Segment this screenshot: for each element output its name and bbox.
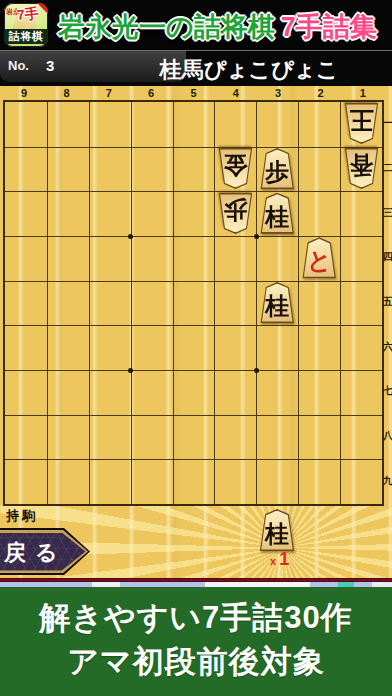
- star-point: [128, 234, 133, 239]
- shogi-piece-sente[interactable]: 桂: [259, 193, 296, 234]
- hand-piece-kanji: 桂: [258, 509, 296, 551]
- app-icon-band: 詰将棋: [4, 29, 48, 44]
- file-label: 5: [172, 86, 214, 99]
- board-zone: 987654321 王香金歩歩桂と桂 一二三四五六七八九 持駒 戻る 桂 x1: [0, 86, 392, 578]
- grid-line: [5, 147, 382, 148]
- shogi-piece-sente[interactable]: 歩: [259, 148, 296, 189]
- grid-line: [131, 102, 132, 504]
- file-label: 8: [45, 86, 87, 99]
- footer-line1: 解きやすい7手詰30作: [0, 596, 392, 640]
- app-icon: 岩永 7手 詰将棋: [4, 3, 48, 47]
- file-label: 4: [215, 86, 257, 99]
- grid-line: [5, 370, 382, 371]
- file-label: 9: [3, 86, 45, 99]
- grid-line: [173, 102, 174, 504]
- rank-label: 七: [383, 384, 392, 398]
- star-point: [254, 234, 259, 239]
- hand-count-value: 1: [279, 549, 289, 569]
- problem-bar: No. 3 桂馬ぴょこぴょこ: [0, 50, 392, 86]
- rank-label: 六: [383, 340, 392, 354]
- rank-label: 五: [383, 295, 392, 309]
- grid-line: [340, 102, 341, 504]
- app-title-main: 岩永光一の詰将棋: [58, 12, 275, 42]
- back-button[interactable]: 戻る: [0, 528, 90, 575]
- rank-label: 九: [383, 474, 392, 488]
- grid-line: [214, 102, 215, 504]
- file-label: 6: [130, 86, 172, 99]
- board-grid[interactable]: 王香金歩歩桂と桂: [3, 100, 384, 506]
- grid-line: [5, 325, 382, 326]
- grid-line: [5, 191, 382, 192]
- rank-label: 一: [383, 116, 392, 130]
- file-label: 3: [257, 86, 299, 99]
- grid-line: [298, 102, 299, 504]
- rank-label: 四: [383, 250, 392, 264]
- problem-no-value: 3: [46, 57, 54, 74]
- star-point: [128, 368, 133, 373]
- rank-label: 二: [383, 161, 392, 175]
- hand-piece-knight[interactable]: 桂: [258, 509, 296, 551]
- hand-count-x: x: [270, 555, 276, 567]
- grid-line: [5, 459, 382, 460]
- file-label: 2: [299, 86, 341, 99]
- file-label: 7: [88, 86, 130, 99]
- ribbon-icon: [37, 3, 48, 14]
- grid-line: [5, 415, 382, 416]
- grid-line: [89, 102, 90, 504]
- footer-line2: アマ初段前後対象: [0, 640, 392, 684]
- file-label: 1: [342, 86, 384, 99]
- app-title-sub: 7手詰集: [281, 12, 377, 42]
- shogi-piece-gote[interactable]: 王: [343, 103, 380, 144]
- hand-label: 持駒: [6, 507, 38, 525]
- hand-piece-count: x1: [270, 549, 310, 570]
- rank-label: 八: [383, 429, 392, 443]
- app-screen: 岩永 7手 詰将棋 岩永光一の詰将棋7手詰集 No. 3 桂馬ぴょこぴょこ 98…: [0, 0, 392, 696]
- shogi-piece-sente[interactable]: 桂: [259, 282, 296, 323]
- app-header: 岩永 7手 詰将棋 岩永光一の詰将棋7手詰集: [0, 0, 392, 50]
- shogi-piece-gote[interactable]: 香: [343, 148, 380, 189]
- grid-line: [256, 102, 257, 504]
- shogi-piece-gote[interactable]: 金: [217, 148, 254, 189]
- file-labels: 987654321: [3, 86, 384, 99]
- grid-line: [47, 102, 48, 504]
- grid-line: [5, 281, 382, 282]
- footer-banner: 解きやすい7手詰30作 アマ初段前後対象: [0, 587, 392, 696]
- shogi-piece-sente[interactable]: と: [301, 237, 338, 278]
- back-button-label: 戻る: [4, 538, 67, 568]
- star-point: [254, 368, 259, 373]
- rank-label: 三: [383, 206, 392, 220]
- app-title: 岩永光一の詰将棋7手詰集: [58, 9, 388, 45]
- shogi-piece-gote[interactable]: 歩: [217, 193, 254, 234]
- hand-area: 持駒 戻る 桂 x1: [0, 506, 392, 578]
- problem-title: 桂馬ぴょこぴょこ: [112, 55, 386, 85]
- problem-no-label: No.: [8, 58, 29, 73]
